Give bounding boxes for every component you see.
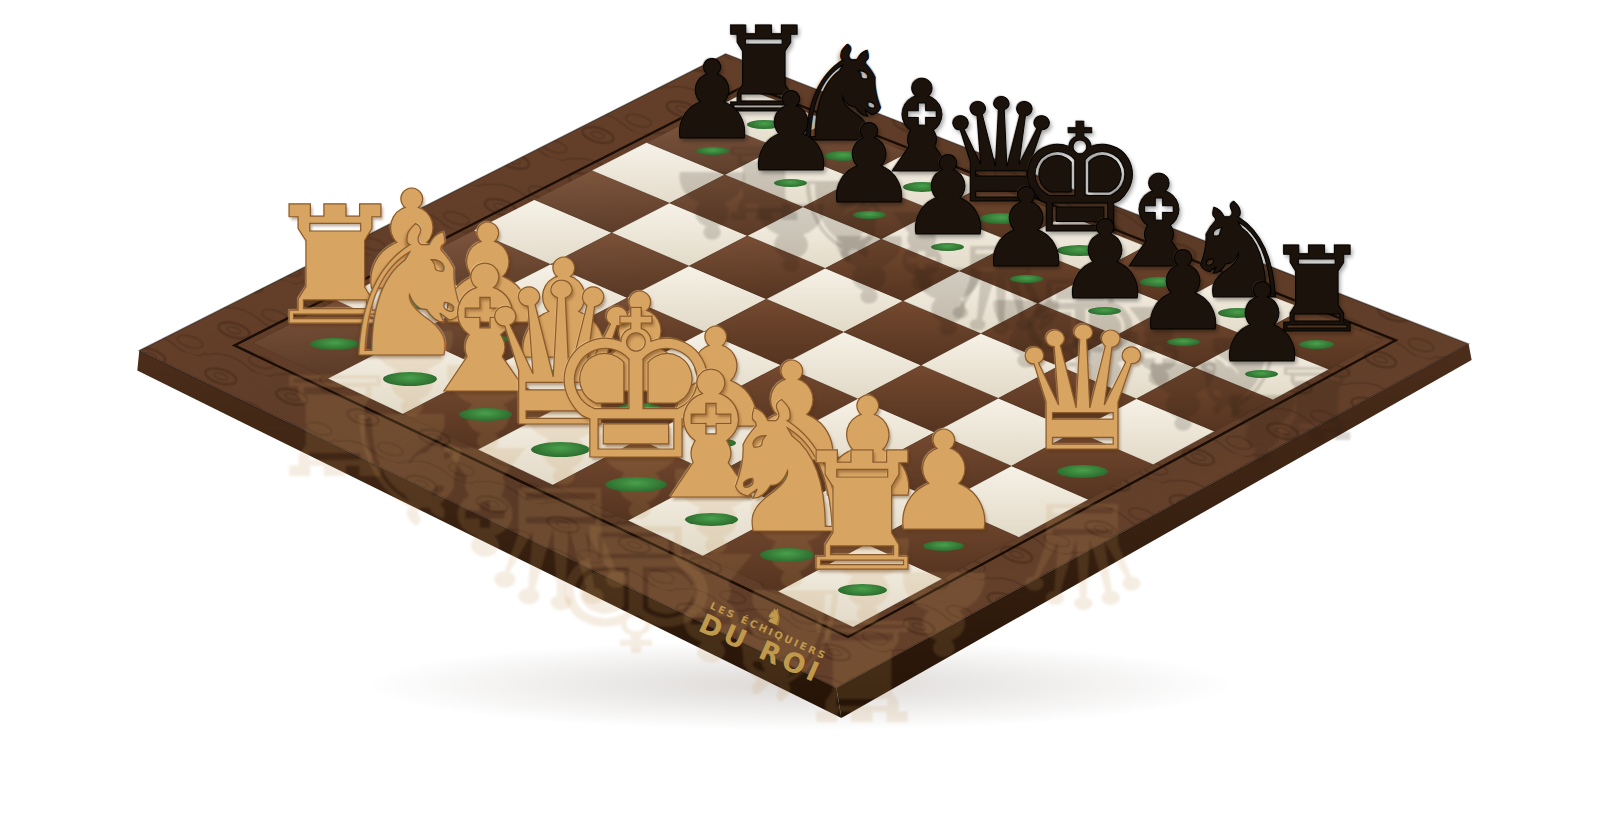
piece-white-rook-h1[interactable]: ♜: [789, 431, 935, 594]
piece-black-pawn-h7[interactable]: ♟: [1213, 269, 1311, 378]
chess-set-photo: ♜♜♞♞♝♝♛♛♚♚♝♝♞♞♜♜♟♟♟♟♟♟♟♟♟♟♟♟♟♟♟♟♜♜♞♞♝♝♛♛…: [0, 0, 1600, 823]
piece-white-queen-h4[interactable]: ♛: [1006, 304, 1159, 475]
